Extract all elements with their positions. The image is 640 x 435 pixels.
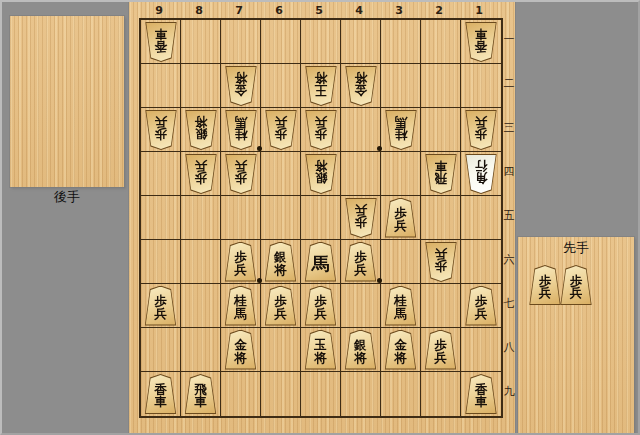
piece-sente-lance[interactable]: 香車	[464, 374, 498, 414]
piece-sente-rook[interactable]: 飛車	[184, 374, 218, 414]
piece-face: 歩兵	[385, 199, 417, 237]
piece-face: 歩兵	[465, 287, 497, 325]
square-5-6[interactable]: 馬	[301, 240, 341, 284]
piece-face: 歩兵	[225, 155, 257, 193]
piece-face: 銀将	[265, 243, 297, 281]
piece-sente-promoted-bishop-horse[interactable]: 馬	[304, 242, 338, 282]
gote-hand-tray	[10, 16, 124, 187]
piece-gote-pawn[interactable]: 歩兵	[264, 110, 298, 150]
piece-sente-silver[interactable]: 銀将	[344, 330, 378, 370]
square-9-9[interactable]: 香車	[141, 372, 181, 416]
square-6-5[interactable]	[261, 196, 301, 240]
square-3-6[interactable]	[381, 240, 421, 284]
piece-sente-gold[interactable]: 金将	[384, 330, 418, 370]
piece-gote-bishop[interactable]: 角行	[464, 154, 498, 194]
square-7-9[interactable]	[221, 372, 261, 416]
square-5-8[interactable]: 玉将	[301, 328, 341, 372]
piece-face: 歩兵	[529, 266, 561, 304]
piece-face: 銀将	[305, 155, 337, 193]
square-5-2[interactable]: 王将	[301, 64, 341, 108]
square-3-9[interactable]	[381, 372, 421, 416]
square-7-4[interactable]: 歩兵	[221, 152, 261, 196]
file-label-4: 4	[339, 4, 379, 18]
piece-gote-rook[interactable]: 飛車	[424, 154, 458, 194]
square-2-2[interactable]	[421, 64, 461, 108]
square-9-2[interactable]	[141, 64, 181, 108]
piece-gote-knight[interactable]: 桂馬	[384, 110, 418, 150]
square-7-1[interactable]	[221, 20, 261, 64]
square-7-5[interactable]	[221, 196, 261, 240]
piece-face: 歩兵	[345, 243, 377, 281]
square-3-2[interactable]	[381, 64, 421, 108]
piece-face: 歩兵	[465, 111, 497, 149]
piece-face: 桂馬	[385, 287, 417, 325]
file-label-1: 1	[459, 4, 499, 18]
square-4-3[interactable]	[341, 108, 381, 152]
file-label-8: 8	[179, 4, 219, 18]
piece-face: 歩兵	[345, 199, 377, 237]
square-8-3[interactable]: 銀将	[181, 108, 221, 152]
rank-label-2: 二	[503, 62, 515, 106]
piece-sente-gold[interactable]: 金将	[224, 330, 258, 370]
square-5-7[interactable]: 歩兵	[301, 284, 341, 328]
piece-face: 香車	[145, 375, 177, 413]
square-5-5[interactable]	[301, 196, 341, 240]
piece-gote-pawn[interactable]: 歩兵	[464, 110, 498, 150]
square-4-2[interactable]: 金将	[341, 64, 381, 108]
square-3-3[interactable]: 桂馬	[381, 108, 421, 152]
piece-gote-pawn[interactable]: 歩兵	[224, 154, 258, 194]
rank-label-8: 八	[503, 326, 515, 370]
piece-face: 桂馬	[225, 111, 257, 149]
star-point	[377, 146, 382, 151]
square-6-9[interactable]	[261, 372, 301, 416]
square-8-2[interactable]	[181, 64, 221, 108]
rank-labels: 一二三四五六七八九	[503, 18, 515, 414]
piece-face: 歩兵	[185, 155, 217, 193]
piece-face: 銀将	[185, 111, 217, 149]
piece-gote-pawn[interactable]: 歩兵	[304, 110, 338, 150]
piece-sente-pawn[interactable]: 歩兵	[304, 286, 338, 326]
piece-sente-knight[interactable]: 桂馬	[224, 286, 258, 326]
piece-gote-pawn[interactable]: 歩兵	[344, 198, 378, 238]
square-1-9[interactable]: 香車	[461, 372, 501, 416]
square-5-4[interactable]: 銀将	[301, 152, 341, 196]
square-3-5[interactable]: 歩兵	[381, 196, 421, 240]
square-6-4[interactable]	[261, 152, 301, 196]
square-9-1[interactable]: 香車	[141, 20, 181, 64]
piece-sente-pawn[interactable]: 歩兵	[464, 286, 498, 326]
square-1-7[interactable]: 歩兵	[461, 284, 501, 328]
square-3-4[interactable]	[381, 152, 421, 196]
square-9-8[interactable]	[141, 328, 181, 372]
square-4-9[interactable]	[341, 372, 381, 416]
square-8-5[interactable]	[181, 196, 221, 240]
piece-sente-pawn[interactable]: 歩兵	[528, 265, 562, 305]
square-5-1[interactable]	[301, 20, 341, 64]
gote-tray-label: 後手	[10, 188, 124, 206]
piece-gote-lance[interactable]: 香車	[144, 22, 178, 62]
piece-sente-knight[interactable]: 桂馬	[384, 286, 418, 326]
square-2-4[interactable]: 飛車	[421, 152, 461, 196]
square-7-2[interactable]: 金将	[221, 64, 261, 108]
star-point	[257, 146, 262, 151]
square-4-4[interactable]	[341, 152, 381, 196]
square-4-8[interactable]: 銀将	[341, 328, 381, 372]
square-9-3[interactable]: 歩兵	[141, 108, 181, 152]
sente-hand-slot-1[interactable]: 歩兵	[559, 265, 593, 305]
piece-face: 銀将	[345, 331, 377, 369]
piece-face: 飛車	[425, 155, 457, 193]
piece-face: 金将	[385, 331, 417, 369]
rank-label-6: 六	[503, 238, 515, 282]
square-6-2[interactable]	[261, 64, 301, 108]
piece-gote-pawn[interactable]: 歩兵	[184, 154, 218, 194]
square-2-9[interactable]	[421, 372, 461, 416]
piece-face: 香車	[145, 23, 177, 61]
piece-sente-pawn[interactable]: 歩兵	[559, 265, 593, 305]
square-3-1[interactable]	[381, 20, 421, 64]
piece-gote-gold[interactable]: 金将	[224, 66, 258, 106]
file-labels: 987654321	[139, 4, 499, 18]
piece-sente-lance[interactable]: 香車	[144, 374, 178, 414]
piece-face: 桂馬	[385, 111, 417, 149]
piece-face: 歩兵	[145, 287, 177, 325]
file-label-5: 5	[299, 4, 339, 18]
piece-face: 歩兵	[560, 266, 592, 304]
piece-sente-silver[interactable]: 銀将	[264, 242, 298, 282]
square-1-6[interactable]	[461, 240, 501, 284]
sente-hand-slot-0[interactable]: 歩兵	[528, 265, 562, 305]
rank-label-7: 七	[503, 282, 515, 326]
square-4-6[interactable]: 歩兵	[341, 240, 381, 284]
square-5-3[interactable]: 歩兵	[301, 108, 341, 152]
file-label-7: 7	[219, 4, 259, 18]
shogi-app-window: 後手 987654321 香車香車金将王将金将歩兵銀将桂馬歩兵歩兵桂馬歩兵歩兵歩…	[0, 0, 640, 435]
piece-face: 香車	[465, 375, 497, 413]
square-2-7[interactable]	[421, 284, 461, 328]
piece-face: 角行	[465, 155, 497, 193]
file-label-2: 2	[419, 4, 459, 18]
piece-sente-pawn[interactable]: 歩兵	[344, 242, 378, 282]
square-6-1[interactable]	[261, 20, 301, 64]
square-9-5[interactable]	[141, 196, 181, 240]
square-7-7[interactable]: 桂馬	[221, 284, 261, 328]
piece-gote-pawn[interactable]: 歩兵	[424, 242, 458, 282]
rank-label-4: 四	[503, 150, 515, 194]
piece-sente-pawn[interactable]: 歩兵	[264, 286, 298, 326]
piece-sente-pawn[interactable]: 歩兵	[144, 286, 178, 326]
square-9-6[interactable]	[141, 240, 181, 284]
piece-sente-king[interactable]: 玉将	[304, 330, 338, 370]
square-4-7[interactable]	[341, 284, 381, 328]
rank-label-5: 五	[503, 194, 515, 238]
square-1-8[interactable]	[461, 328, 501, 372]
piece-face: 金将	[225, 331, 257, 369]
square-6-7[interactable]: 歩兵	[261, 284, 301, 328]
file-label-3: 3	[379, 4, 419, 18]
square-1-4[interactable]: 角行	[461, 152, 501, 196]
board-panel: 987654321 香車香車金将王将金将歩兵銀将桂馬歩兵歩兵桂馬歩兵歩兵歩兵銀将…	[129, 2, 515, 435]
square-5-9[interactable]	[301, 372, 341, 416]
piece-gote-silver[interactable]: 銀将	[304, 154, 338, 194]
piece-face: 桂馬	[225, 287, 257, 325]
square-3-7[interactable]: 桂馬	[381, 284, 421, 328]
piece-gote-silver[interactable]: 銀将	[184, 110, 218, 150]
sente-hand-tray: 歩兵歩兵	[518, 237, 634, 434]
square-9-4[interactable]	[141, 152, 181, 196]
square-8-4[interactable]: 歩兵	[181, 152, 221, 196]
rank-label-1: 一	[503, 18, 515, 62]
piece-face: 玉将	[305, 331, 337, 369]
square-3-8[interactable]: 金将	[381, 328, 421, 372]
piece-sente-pawn[interactable]: 歩兵	[424, 330, 458, 370]
square-7-8[interactable]: 金将	[221, 328, 261, 372]
square-1-1[interactable]: 香車	[461, 20, 501, 64]
piece-face: 飛車	[185, 375, 217, 413]
square-8-9[interactable]: 飛車	[181, 372, 221, 416]
rank-label-9: 九	[503, 370, 515, 414]
rank-label-3: 三	[503, 106, 515, 150]
piece-gote-knight[interactable]: 桂馬	[224, 110, 258, 150]
piece-face: 歩兵	[425, 243, 457, 281]
piece-face: 歩兵	[265, 111, 297, 149]
star-point	[377, 278, 382, 283]
square-8-6[interactable]	[181, 240, 221, 284]
piece-gote-pawn[interactable]: 歩兵	[144, 110, 178, 150]
square-7-3[interactable]: 桂馬	[221, 108, 261, 152]
file-label-6: 6	[259, 4, 299, 18]
piece-face: 馬	[305, 243, 337, 281]
shogi-board-grid: 香車香車金将王将金将歩兵銀将桂馬歩兵歩兵桂馬歩兵歩兵歩兵銀将飛車角行歩兵歩兵歩兵…	[139, 18, 503, 418]
square-6-6[interactable]: 銀将	[261, 240, 301, 284]
piece-gote-gold[interactable]: 金将	[344, 66, 378, 106]
piece-face: 歩兵	[225, 243, 257, 281]
square-8-8[interactable]	[181, 328, 221, 372]
piece-face: 歩兵	[425, 331, 457, 369]
piece-face: 歩兵	[145, 111, 177, 149]
square-6-3[interactable]: 歩兵	[261, 108, 301, 152]
piece-face: 香車	[465, 23, 497, 61]
piece-face: 歩兵	[305, 287, 337, 325]
square-2-6[interactable]: 歩兵	[421, 240, 461, 284]
square-2-8[interactable]: 歩兵	[421, 328, 461, 372]
square-9-7[interactable]: 歩兵	[141, 284, 181, 328]
file-label-9: 9	[139, 4, 179, 18]
square-2-3[interactable]	[421, 108, 461, 152]
square-8-7[interactable]	[181, 284, 221, 328]
square-2-5[interactable]	[421, 196, 461, 240]
piece-face: 金将	[345, 67, 377, 105]
square-7-6[interactable]: 歩兵	[221, 240, 261, 284]
piece-sente-pawn[interactable]: 歩兵	[224, 242, 258, 282]
square-4-1[interactable]	[341, 20, 381, 64]
piece-face: 王将	[305, 67, 337, 105]
sente-tray-label: 先手	[518, 239, 634, 257]
piece-gote-king[interactable]: 王将	[304, 66, 338, 106]
piece-sente-pawn[interactable]: 歩兵	[384, 198, 418, 238]
piece-face: 歩兵	[265, 287, 297, 325]
piece-gote-lance[interactable]: 香車	[464, 22, 498, 62]
piece-face: 金将	[225, 67, 257, 105]
square-1-2[interactable]	[461, 64, 501, 108]
piece-face: 歩兵	[305, 111, 337, 149]
square-4-5[interactable]: 歩兵	[341, 196, 381, 240]
square-8-1[interactable]	[181, 20, 221, 64]
square-2-1[interactable]	[421, 20, 461, 64]
square-6-8[interactable]	[261, 328, 301, 372]
square-1-3[interactable]: 歩兵	[461, 108, 501, 152]
square-1-5[interactable]	[461, 196, 501, 240]
star-point	[257, 278, 262, 283]
